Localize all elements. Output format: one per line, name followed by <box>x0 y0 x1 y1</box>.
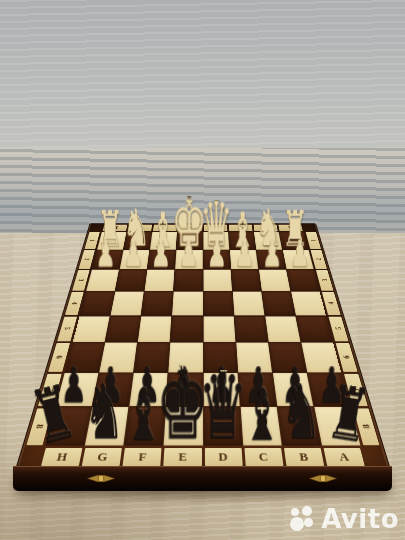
file-label-near-a: A <box>323 448 365 466</box>
avito-logo-icon <box>290 506 316 532</box>
black-bishop-c8[interactable]: ♝ <box>243 387 281 444</box>
square-b5[interactable] <box>265 316 300 342</box>
king-cross-finial: + <box>180 357 188 372</box>
file-label-near-b: B <box>284 448 324 466</box>
white-pawn-b2[interactable]: ♟ <box>262 239 282 269</box>
square-b3[interactable] <box>259 270 290 291</box>
square-c5[interactable] <box>234 316 268 342</box>
brass-clasp-left[interactable] <box>86 474 116 483</box>
square-g4[interactable] <box>111 292 144 316</box>
square-c2[interactable]: ♟ <box>230 250 258 269</box>
file-labels-near: HGFEDCBA <box>41 448 365 466</box>
square-e8[interactable]: ♚+ <box>164 407 203 445</box>
square-a5[interactable] <box>296 316 333 342</box>
brass-clasp-right[interactable] <box>308 474 338 483</box>
square-e3[interactable] <box>174 270 203 291</box>
file-label-near-f: F <box>123 448 162 466</box>
playing-area: ♜♞♝♚+♛•••♝♞♜♟♟♟♟♟♟♟♟♟♟♟♟♟♟♟♟♜♞♝♚+♛•••♝♞♜ <box>45 232 360 445</box>
square-h4[interactable] <box>80 292 115 316</box>
photo-scene: HGFEDCBA 12345678 12345678 HGFEDCBA ♜♞♝♚… <box>0 0 405 540</box>
square-b4[interactable] <box>262 292 295 316</box>
square-f2[interactable]: ♟ <box>148 250 176 269</box>
square-d5[interactable] <box>203 316 235 342</box>
square-d2[interactable]: ♟ <box>203 250 230 269</box>
box-front-face <box>13 466 392 491</box>
chessboard[interactable]: HGFEDCBA 12345678 12345678 HGFEDCBA ♜♞♝♚… <box>15 223 391 470</box>
queen-crown-finial: ••• <box>214 196 219 203</box>
square-a2[interactable]: ♟ <box>283 250 314 269</box>
square-g2[interactable]: ♟ <box>120 250 150 269</box>
square-f5[interactable] <box>138 316 172 342</box>
fold-seam <box>64 316 343 317</box>
square-b8[interactable]: ♞ <box>277 407 321 445</box>
white-pawn-f2[interactable]: ♟ <box>151 239 171 269</box>
square-f4[interactable] <box>142 292 174 316</box>
king-cross-finial: + <box>187 190 192 200</box>
white-pawn-e2[interactable]: ♟ <box>179 239 199 269</box>
square-d8[interactable]: ♛••• <box>203 407 242 445</box>
white-pawn-g2[interactable]: ♟ <box>123 239 143 269</box>
square-d4[interactable] <box>203 292 233 316</box>
avito-watermark: Avito <box>290 506 399 532</box>
file-label-near-g: G <box>82 448 122 466</box>
white-pawn-h2[interactable]: ♟ <box>96 239 116 269</box>
square-h5[interactable] <box>73 316 110 342</box>
square-c4[interactable] <box>232 292 264 316</box>
square-g3[interactable] <box>115 270 146 291</box>
file-label-near-e: E <box>164 448 202 466</box>
square-e4[interactable] <box>172 292 202 316</box>
black-knight-g8[interactable]: ♞ <box>84 383 125 444</box>
square-g5[interactable] <box>105 316 140 342</box>
square-f3[interactable] <box>145 270 175 291</box>
board-perspective-wrapper: HGFEDCBA 12345678 12345678 HGFEDCBA ♜♞♝♚… <box>0 0 405 540</box>
file-label-near-d: D <box>204 448 242 466</box>
square-h3[interactable] <box>86 270 119 291</box>
black-queen-d8[interactable]: ♛••• <box>198 370 247 444</box>
black-knight-b8[interactable]: ♞ <box>281 383 322 444</box>
square-h2[interactable]: ♟ <box>92 250 123 269</box>
white-pawn-a2[interactable]: ♟ <box>290 239 310 269</box>
square-e2[interactable]: ♟ <box>175 250 202 269</box>
square-g8[interactable]: ♞ <box>85 407 129 445</box>
white-pawn-c2[interactable]: ♟ <box>234 239 254 269</box>
watermark-text: Avito <box>321 506 399 532</box>
square-a3[interactable] <box>287 270 320 291</box>
queen-crown-finial: ••• <box>219 366 226 376</box>
file-label-near-h: H <box>41 448 83 466</box>
square-e5[interactable] <box>171 316 203 342</box>
square-b2[interactable]: ♟ <box>256 250 286 269</box>
square-a4[interactable] <box>291 292 326 316</box>
file-label-near-c: C <box>244 448 283 466</box>
square-c3[interactable] <box>231 270 261 291</box>
white-pawn-d2[interactable]: ♟ <box>207 239 227 269</box>
square-d3[interactable] <box>203 270 232 291</box>
